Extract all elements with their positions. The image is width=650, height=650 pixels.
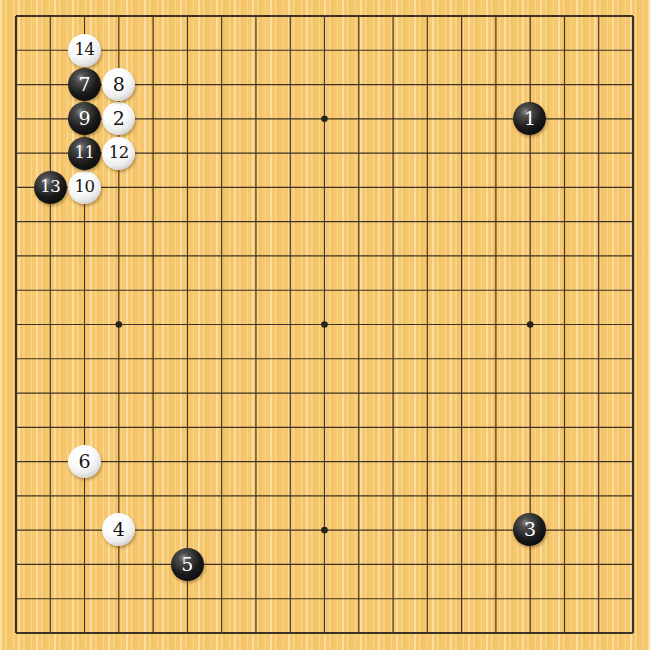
move-number: 8 bbox=[113, 75, 125, 94]
stone-black-F3[interactable]: 5 bbox=[171, 548, 204, 581]
stone-white-C18[interactable]: 14 bbox=[68, 34, 101, 67]
stone-black-C17[interactable]: 7 bbox=[68, 68, 101, 101]
stone-white-D15[interactable]: 12 bbox=[102, 137, 135, 170]
stone-black-Q16[interactable]: 1 bbox=[513, 102, 546, 135]
stone-black-Q4[interactable]: 3 bbox=[513, 513, 546, 546]
move-number: 1 bbox=[524, 109, 536, 128]
stone-black-B14[interactable]: 13 bbox=[34, 171, 67, 204]
move-number: 3 bbox=[524, 520, 536, 539]
stone-white-C6[interactable]: 6 bbox=[68, 445, 101, 478]
move-number: 13 bbox=[40, 179, 60, 196]
go-board[interactable]: 1234567891011121314 bbox=[0, 0, 650, 650]
move-number: 7 bbox=[78, 75, 90, 94]
stone-white-D4[interactable]: 4 bbox=[102, 513, 135, 546]
stone-white-C14[interactable]: 10 bbox=[68, 171, 101, 204]
stone-black-C16[interactable]: 9 bbox=[68, 102, 101, 135]
move-number: 4 bbox=[113, 520, 125, 539]
move-number: 10 bbox=[75, 179, 95, 196]
move-number: 12 bbox=[109, 144, 129, 161]
move-number: 5 bbox=[181, 554, 193, 573]
move-number: 11 bbox=[75, 144, 95, 161]
stone-white-D16[interactable]: 2 bbox=[102, 102, 135, 135]
stone-white-D17[interactable]: 8 bbox=[102, 68, 135, 101]
move-number: 9 bbox=[78, 109, 90, 128]
move-number: 6 bbox=[78, 451, 90, 470]
stone-black-C15[interactable]: 11 bbox=[68, 137, 101, 170]
move-number: 14 bbox=[75, 42, 95, 59]
stones-layer: 1234567891011121314 bbox=[0, 0, 650, 650]
move-number: 2 bbox=[113, 109, 125, 128]
